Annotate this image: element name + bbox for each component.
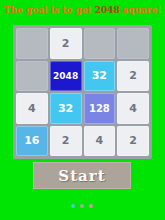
tile-32-r3c2: 32: [50, 93, 82, 124]
tile-32-r2c3: 32: [84, 61, 116, 92]
tile-2-r2c4: 2: [117, 61, 149, 92]
page-dot-3[interactable]: [89, 204, 93, 208]
empty-cell-r1c3: [84, 28, 116, 59]
start-button-label: Start: [58, 167, 105, 185]
game-board-2048[interactable]: 22048322432128416242: [13, 25, 152, 159]
tile-2-r4c4: 2: [117, 126, 149, 157]
tile-4-r4c3: 4: [84, 126, 116, 157]
page-indicator: [0, 204, 163, 208]
empty-cell-r2c1: [16, 61, 48, 92]
goal-title-suffix: square!: [120, 5, 161, 15]
goal-title: The goal is to get 2048 square!: [0, 3, 165, 17]
tile-4-r3c1: 4: [16, 93, 48, 124]
goal-title-prefix: The goal is to get: [4, 5, 95, 15]
goal-title-number: 2048: [95, 5, 120, 15]
tile-2-r1c2: 2: [50, 28, 82, 59]
tile-128-r3c3: 128: [84, 93, 116, 124]
page-dot-2[interactable]: [80, 204, 84, 208]
start-button[interactable]: Start: [33, 162, 131, 189]
empty-cell-r1c1: [16, 28, 48, 59]
tile-2-r4c2: 2: [50, 126, 82, 157]
empty-cell-r1c4: [117, 28, 149, 59]
page-dot-1[interactable]: [71, 204, 75, 208]
tile-4-r3c4: 4: [117, 93, 149, 124]
app-screen: The goal is to get 2048 square! 22048322…: [0, 0, 165, 220]
tile-2048-r2c2: 2048: [50, 61, 82, 92]
tile-16-r4c1: 16: [16, 126, 48, 157]
